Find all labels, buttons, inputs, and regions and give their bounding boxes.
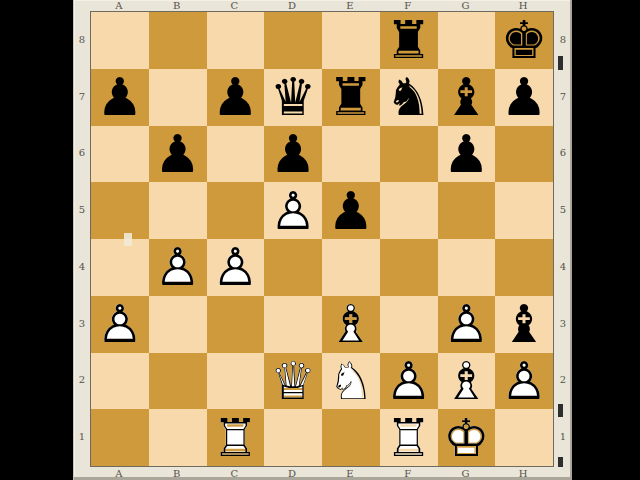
square-f8[interactable]: ♜ (380, 12, 438, 69)
rank-label-right-4: 4 (553, 238, 573, 295)
rank-label-left-7: 7 (74, 68, 90, 125)
black-pawn-icon[interactable]: ♟ (438, 126, 496, 183)
white-queen-icon[interactable]: ♛♕ (264, 353, 322, 410)
square-b3[interactable] (149, 296, 207, 353)
white-pawn-icon[interactable]: ♟♙ (91, 296, 149, 353)
square-e1[interactable] (322, 409, 380, 466)
square-f2[interactable]: ♟♙ (380, 353, 438, 410)
square-f6[interactable] (380, 126, 438, 183)
square-d8[interactable] (264, 12, 322, 69)
square-c2[interactable] (207, 353, 265, 410)
square-b1[interactable] (149, 409, 207, 466)
white-pawn-icon[interactable]: ♟♙ (264, 182, 322, 239)
square-d6[interactable]: ♟ (264, 126, 322, 183)
rank-label-left-8: 8 (74, 11, 90, 68)
rank-labels-right: 87654321 (553, 11, 573, 465)
file-label-bottom-h: H (494, 466, 552, 480)
rank-label-left-6: 6 (74, 125, 90, 182)
cursor-artifact (124, 233, 132, 246)
rank-label-right-5: 5 (553, 181, 573, 238)
square-h6[interactable] (495, 126, 553, 183)
file-label-top-c: C (206, 0, 264, 11)
square-c1[interactable]: ♜♖ (207, 409, 265, 466)
square-e2[interactable]: ♞♘ (322, 353, 380, 410)
white-pawn-icon[interactable]: ♟♙ (380, 353, 438, 410)
black-pawn-icon[interactable]: ♟ (495, 69, 553, 126)
black-pawn-icon[interactable]: ♟ (207, 69, 265, 126)
square-a5[interactable] (91, 182, 149, 239)
square-g4[interactable] (438, 239, 496, 296)
black-knight-icon[interactable]: ♞ (380, 69, 438, 126)
square-h8[interactable]: ♚ (495, 12, 553, 69)
square-f7[interactable]: ♞ (380, 69, 438, 126)
white-pawn-icon[interactable]: ♟♙ (207, 239, 265, 296)
square-b8[interactable] (149, 12, 207, 69)
square-g8[interactable] (438, 12, 496, 69)
edge-mark-icon (558, 404, 563, 417)
black-rook-icon[interactable]: ♜ (322, 69, 380, 126)
square-a1[interactable] (91, 409, 149, 466)
square-c8[interactable] (207, 12, 265, 69)
square-f3[interactable] (380, 296, 438, 353)
file-label-bottom-e: E (321, 466, 379, 480)
square-h2[interactable]: ♟♙ (495, 353, 553, 410)
white-pawn-icon[interactable]: ♟♙ (438, 296, 496, 353)
white-rook-icon[interactable]: ♜♖ (380, 409, 438, 466)
black-bishop-icon[interactable]: ♝ (495, 296, 553, 353)
square-c3[interactable] (207, 296, 265, 353)
square-g6[interactable]: ♟ (438, 126, 496, 183)
square-c5[interactable] (207, 182, 265, 239)
file-label-top-f: F (379, 0, 437, 11)
white-pawn-icon[interactable]: ♟♙ (149, 239, 207, 296)
square-d1[interactable] (264, 409, 322, 466)
square-e5[interactable]: ♟ (322, 182, 380, 239)
square-g7[interactable]: ♝ (438, 69, 496, 126)
square-f4[interactable] (380, 239, 438, 296)
square-a8[interactable] (91, 12, 149, 69)
file-labels-bottom: ABCDEFGH (90, 466, 552, 480)
file-label-bottom-a: A (90, 466, 148, 480)
square-c4[interactable]: ♟♙ (207, 239, 265, 296)
black-pawn-icon[interactable]: ♟ (322, 182, 380, 239)
square-b6[interactable]: ♟ (149, 126, 207, 183)
rank-label-left-3: 3 (74, 295, 90, 352)
square-d7[interactable]: ♛ (264, 69, 322, 126)
screenshot-root: { "game": "chess", "position": "5r1k/p1p… (0, 0, 640, 480)
square-a2[interactable] (91, 353, 149, 410)
rank-label-right-3: 3 (553, 295, 573, 352)
rank-label-left-4: 4 (74, 238, 90, 295)
file-label-top-g: G (437, 0, 495, 11)
square-h1[interactable] (495, 409, 553, 466)
square-g1[interactable]: ♚♔ (438, 409, 496, 466)
square-a6[interactable] (91, 126, 149, 183)
file-label-bottom-g: G (437, 466, 495, 480)
file-label-top-h: H (494, 0, 552, 11)
square-e8[interactable] (322, 12, 380, 69)
board-grid: ♜♚♟♟♛♜♞♝♟♟♟♟♟♙♟♟♙♟♙♟♙♝♗♟♙♝♛♕♞♘♟♙♝♗♟♙♜♖♜♖… (90, 11, 554, 467)
square-e4[interactable] (322, 239, 380, 296)
file-label-top-d: D (263, 0, 321, 11)
file-label-top-a: A (90, 0, 148, 11)
square-e6[interactable] (322, 126, 380, 183)
file-label-bottom-f: F (379, 466, 437, 480)
white-bishop-icon[interactable]: ♝♗ (438, 353, 496, 410)
black-rook-icon[interactable]: ♜ (380, 12, 438, 69)
square-g2[interactable]: ♝♗ (438, 353, 496, 410)
rank-label-right-1: 1 (553, 408, 573, 465)
square-b5[interactable] (149, 182, 207, 239)
square-g3[interactable]: ♟♙ (438, 296, 496, 353)
white-king-icon[interactable]: ♚♔ (438, 409, 496, 466)
square-d5[interactable]: ♟♙ (264, 182, 322, 239)
square-b7[interactable] (149, 69, 207, 126)
rank-label-right-8: 8 (553, 11, 573, 68)
black-bishop-icon[interactable]: ♝ (438, 69, 496, 126)
file-labels-top: ABCDEFGH (90, 0, 552, 11)
white-pawn-icon[interactable]: ♟♙ (495, 353, 553, 410)
square-d4[interactable] (264, 239, 322, 296)
rank-label-left-1: 1 (74, 408, 90, 465)
square-f1[interactable]: ♜♖ (380, 409, 438, 466)
white-bishop-icon[interactable]: ♝♗ (322, 296, 380, 353)
edge-mark-icon (558, 457, 563, 467)
rank-label-right-6: 6 (553, 125, 573, 182)
square-a4[interactable] (91, 239, 149, 296)
square-a3[interactable]: ♟♙ (91, 296, 149, 353)
square-f5[interactable] (380, 182, 438, 239)
rank-labels-left: 87654321 (74, 11, 90, 465)
black-pawn-icon[interactable]: ♟ (149, 126, 207, 183)
square-d2[interactable]: ♛♕ (264, 353, 322, 410)
right-black-bar (572, 0, 640, 480)
file-label-top-e: E (321, 0, 379, 11)
file-label-bottom-b: B (148, 466, 206, 480)
square-e3[interactable]: ♝♗ (322, 296, 380, 353)
rank-label-right-2: 2 (553, 352, 573, 409)
edge-mark-icon (558, 56, 563, 70)
white-rook-icon[interactable]: ♜♖ (207, 409, 265, 466)
square-h4[interactable] (495, 239, 553, 296)
black-king-icon[interactable]: ♚ (495, 12, 553, 69)
file-label-bottom-c: C (206, 466, 264, 480)
square-e7[interactable]: ♜ (322, 69, 380, 126)
square-b4[interactable]: ♟♙ (149, 239, 207, 296)
file-label-top-b: B (148, 0, 206, 11)
rank-label-right-7: 7 (553, 68, 573, 125)
rank-label-left-5: 5 (74, 181, 90, 238)
black-pawn-icon[interactable]: ♟ (91, 69, 149, 126)
black-pawn-icon[interactable]: ♟ (264, 126, 322, 183)
square-b2[interactable] (149, 353, 207, 410)
file-label-bottom-d: D (263, 466, 321, 480)
square-a7[interactable]: ♟ (91, 69, 149, 126)
square-c6[interactable] (207, 126, 265, 183)
square-h3[interactable]: ♝ (495, 296, 553, 353)
rank-label-left-2: 2 (74, 352, 90, 409)
square-d3[interactable] (264, 296, 322, 353)
chessboard-frame: ABCDEFGH ABCDEFGH 87654321 87654321 ♜♚♟♟… (73, 0, 572, 480)
square-h7[interactable]: ♟ (495, 69, 553, 126)
square-c7[interactable]: ♟ (207, 69, 265, 126)
left-black-bar (0, 0, 73, 480)
black-queen-icon[interactable]: ♛ (264, 69, 322, 126)
white-knight-icon[interactable]: ♞♘ (322, 353, 380, 410)
square-h5[interactable] (495, 182, 553, 239)
square-g5[interactable] (438, 182, 496, 239)
